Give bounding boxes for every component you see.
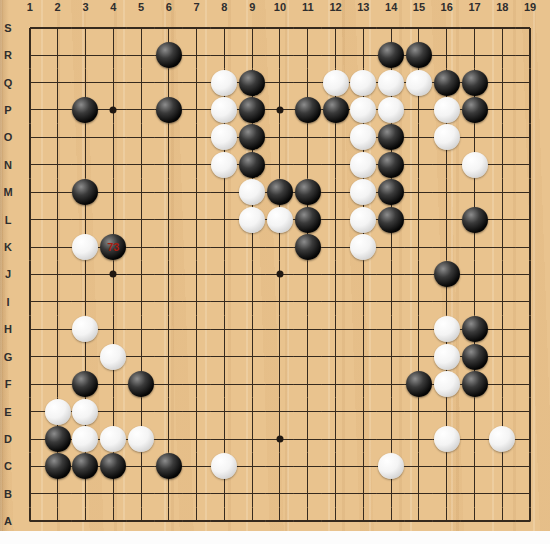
intersection-O6[interactable]: [155, 124, 183, 151]
intersection-L3[interactable]: [72, 206, 100, 233]
intersection-K17[interactable]: [461, 233, 489, 260]
intersection-H8[interactable]: [211, 316, 239, 343]
intersection-G19[interactable]: [516, 343, 544, 370]
intersection-Q16[interactable]: [433, 69, 461, 96]
intersection-P16[interactable]: [433, 96, 461, 123]
intersection-C3[interactable]: [72, 453, 100, 480]
intersection-D14[interactable]: [377, 425, 405, 452]
intersection-N7[interactable]: [183, 151, 211, 178]
intersection-Q8[interactable]: [211, 69, 239, 96]
intersection-I14[interactable]: [377, 288, 405, 315]
intersection-I7[interactable]: [183, 288, 211, 315]
intersection-B2[interactable]: [44, 480, 72, 507]
intersection-P7[interactable]: [183, 96, 211, 123]
intersection-K14[interactable]: [377, 233, 405, 260]
intersection-J11[interactable]: [294, 261, 322, 288]
intersection-F7[interactable]: [183, 370, 211, 397]
intersection-E10[interactable]: [266, 398, 294, 425]
intersection-D9[interactable]: [238, 425, 266, 452]
intersection-O16[interactable]: [433, 124, 461, 151]
intersection-L10[interactable]: [266, 206, 294, 233]
intersection-H9[interactable]: [238, 316, 266, 343]
intersection-H2[interactable]: [44, 316, 72, 343]
intersection-J12[interactable]: [322, 261, 350, 288]
intersection-B3[interactable]: [72, 480, 100, 507]
intersection-N16[interactable]: [433, 151, 461, 178]
intersection-G3[interactable]: [72, 343, 100, 370]
intersection-I15[interactable]: [405, 288, 433, 315]
intersection-C10[interactable]: [266, 453, 294, 480]
intersection-K8[interactable]: [211, 233, 239, 260]
intersection-C13[interactable]: [349, 453, 377, 480]
intersection-E12[interactable]: [322, 398, 350, 425]
intersection-M4[interactable]: [99, 179, 127, 206]
intersection-G1[interactable]: [16, 343, 44, 370]
intersection-G5[interactable]: [127, 343, 155, 370]
intersection-H18[interactable]: [488, 316, 516, 343]
intersection-E7[interactable]: [183, 398, 211, 425]
intersection-Q5[interactable]: [127, 69, 155, 96]
intersection-M11[interactable]: [294, 179, 322, 206]
intersection-B5[interactable]: [127, 480, 155, 507]
intersection-G14[interactable]: [377, 343, 405, 370]
intersection-L2[interactable]: [44, 206, 72, 233]
intersection-R11[interactable]: [294, 41, 322, 68]
intersection-G2[interactable]: [44, 343, 72, 370]
intersection-D15[interactable]: [405, 425, 433, 452]
intersection-L5[interactable]: [127, 206, 155, 233]
intersection-J10[interactable]: [266, 261, 294, 288]
intersection-C19[interactable]: [516, 453, 544, 480]
intersection-Q15[interactable]: [405, 69, 433, 96]
intersection-N12[interactable]: [322, 151, 350, 178]
intersection-I18[interactable]: [488, 288, 516, 315]
intersection-P14[interactable]: [377, 96, 405, 123]
intersection-B10[interactable]: [266, 480, 294, 507]
intersection-M15[interactable]: [405, 179, 433, 206]
intersection-M18[interactable]: [488, 179, 516, 206]
intersection-N11[interactable]: [294, 151, 322, 178]
intersection-R7[interactable]: [183, 41, 211, 68]
intersection-Q19[interactable]: [516, 69, 544, 96]
intersection-N3[interactable]: [72, 151, 100, 178]
intersection-J9[interactable]: [238, 261, 266, 288]
intersection-K9[interactable]: [238, 233, 266, 260]
intersection-P8[interactable]: [211, 96, 239, 123]
intersection-O5[interactable]: [127, 124, 155, 151]
intersection-D17[interactable]: [461, 425, 489, 452]
intersection-M13[interactable]: [349, 179, 377, 206]
intersection-E4[interactable]: [99, 398, 127, 425]
intersection-P13[interactable]: [349, 96, 377, 123]
intersection-H7[interactable]: [183, 316, 211, 343]
intersection-R12[interactable]: [322, 41, 350, 68]
intersection-F16[interactable]: [433, 370, 461, 397]
intersection-G8[interactable]: [211, 343, 239, 370]
intersection-D6[interactable]: [155, 425, 183, 452]
intersection-N10[interactable]: [266, 151, 294, 178]
intersection-H15[interactable]: [405, 316, 433, 343]
intersection-G9[interactable]: [238, 343, 266, 370]
intersection-M16[interactable]: [433, 179, 461, 206]
intersection-R13[interactable]: [349, 41, 377, 68]
intersection-I12[interactable]: [322, 288, 350, 315]
intersection-D8[interactable]: [211, 425, 239, 452]
intersection-E3[interactable]: [72, 398, 100, 425]
intersection-K16[interactable]: [433, 233, 461, 260]
intersection-C6[interactable]: [155, 453, 183, 480]
intersection-K7[interactable]: [183, 233, 211, 260]
intersection-I10[interactable]: [266, 288, 294, 315]
intersection-B14[interactable]: [377, 480, 405, 507]
intersection-F13[interactable]: [349, 370, 377, 397]
intersection-S2[interactable]: [44, 14, 72, 41]
intersection-N17[interactable]: [461, 151, 489, 178]
intersection-F11[interactable]: [294, 370, 322, 397]
intersection-K12[interactable]: [322, 233, 350, 260]
intersection-I16[interactable]: [433, 288, 461, 315]
intersection-L13[interactable]: [349, 206, 377, 233]
intersection-M6[interactable]: [155, 179, 183, 206]
intersection-B17[interactable]: [461, 480, 489, 507]
intersection-F19[interactable]: [516, 370, 544, 397]
intersection-D5[interactable]: [127, 425, 155, 452]
intersection-C12[interactable]: [322, 453, 350, 480]
intersection-K10[interactable]: [266, 233, 294, 260]
intersection-E15[interactable]: [405, 398, 433, 425]
intersection-O8[interactable]: [211, 124, 239, 151]
intersection-I5[interactable]: [127, 288, 155, 315]
intersection-D13[interactable]: [349, 425, 377, 452]
intersection-P5[interactable]: [127, 96, 155, 123]
intersection-F3[interactable]: [72, 370, 100, 397]
intersection-S13[interactable]: [349, 14, 377, 41]
intersection-K6[interactable]: [155, 233, 183, 260]
intersection-O15[interactable]: [405, 124, 433, 151]
intersection-N8[interactable]: [211, 151, 239, 178]
intersection-B16[interactable]: [433, 480, 461, 507]
intersection-Q3[interactable]: [72, 69, 100, 96]
intersection-O17[interactable]: [461, 124, 489, 151]
intersection-B4[interactable]: [99, 480, 127, 507]
intersection-S17[interactable]: [461, 14, 489, 41]
intersection-C4[interactable]: [99, 453, 127, 480]
intersection-S10[interactable]: [266, 14, 294, 41]
intersection-E18[interactable]: [488, 398, 516, 425]
intersection-N14[interactable]: [377, 151, 405, 178]
intersection-N6[interactable]: [155, 151, 183, 178]
intersection-Q10[interactable]: [266, 69, 294, 96]
intersection-L18[interactable]: [488, 206, 516, 233]
intersection-F10[interactable]: [266, 370, 294, 397]
intersection-E11[interactable]: [294, 398, 322, 425]
intersection-C8[interactable]: [211, 453, 239, 480]
intersection-M9[interactable]: [238, 179, 266, 206]
intersection-O12[interactable]: [322, 124, 350, 151]
intersection-I11[interactable]: [294, 288, 322, 315]
intersection-Q11[interactable]: [294, 69, 322, 96]
intersection-F1[interactable]: [16, 370, 44, 397]
intersection-P9[interactable]: [238, 96, 266, 123]
intersection-F12[interactable]: [322, 370, 350, 397]
intersection-J16[interactable]: [433, 261, 461, 288]
intersection-H11[interactable]: [294, 316, 322, 343]
intersection-G12[interactable]: [322, 343, 350, 370]
intersection-J14[interactable]: [377, 261, 405, 288]
intersection-L8[interactable]: [211, 206, 239, 233]
intersection-I9[interactable]: [238, 288, 266, 315]
intersection-C14[interactable]: [377, 453, 405, 480]
intersection-E8[interactable]: [211, 398, 239, 425]
intersection-Q4[interactable]: [99, 69, 127, 96]
intersection-C17[interactable]: [461, 453, 489, 480]
intersection-I6[interactable]: [155, 288, 183, 315]
intersection-J19[interactable]: [516, 261, 544, 288]
intersection-L1[interactable]: [16, 206, 44, 233]
intersection-S1[interactable]: [16, 14, 44, 41]
intersection-M7[interactable]: [183, 179, 211, 206]
intersection-C9[interactable]: [238, 453, 266, 480]
intersection-S12[interactable]: [322, 14, 350, 41]
intersection-N15[interactable]: [405, 151, 433, 178]
intersection-F15[interactable]: [405, 370, 433, 397]
intersection-K3[interactable]: [72, 233, 100, 260]
intersection-H13[interactable]: [349, 316, 377, 343]
intersection-F8[interactable]: [211, 370, 239, 397]
intersection-C18[interactable]: [488, 453, 516, 480]
intersection-L11[interactable]: [294, 206, 322, 233]
intersection-I3[interactable]: [72, 288, 100, 315]
intersection-N18[interactable]: [488, 151, 516, 178]
intersection-R6[interactable]: [155, 41, 183, 68]
intersection-D2[interactable]: [44, 425, 72, 452]
intersection-N4[interactable]: [99, 151, 127, 178]
intersection-C1[interactable]: [16, 453, 44, 480]
intersection-K18[interactable]: [488, 233, 516, 260]
intersection-C16[interactable]: [433, 453, 461, 480]
intersection-J6[interactable]: [155, 261, 183, 288]
intersection-O9[interactable]: [238, 124, 266, 151]
intersection-P4[interactable]: [99, 96, 127, 123]
intersection-O7[interactable]: [183, 124, 211, 151]
intersection-R2[interactable]: [44, 41, 72, 68]
intersection-Q6[interactable]: [155, 69, 183, 96]
intersection-F2[interactable]: [44, 370, 72, 397]
intersection-S14[interactable]: [377, 14, 405, 41]
intersection-K1[interactable]: [16, 233, 44, 260]
intersection-H16[interactable]: [433, 316, 461, 343]
intersection-O10[interactable]: [266, 124, 294, 151]
intersection-I1[interactable]: [16, 288, 44, 315]
intersection-R1[interactable]: [16, 41, 44, 68]
intersection-R19[interactable]: [516, 41, 544, 68]
intersection-N19[interactable]: [516, 151, 544, 178]
intersection-J8[interactable]: [211, 261, 239, 288]
intersection-L9[interactable]: [238, 206, 266, 233]
intersection-R5[interactable]: [127, 41, 155, 68]
intersection-S8[interactable]: [211, 14, 239, 41]
intersection-Q12[interactable]: [322, 69, 350, 96]
intersection-L16[interactable]: [433, 206, 461, 233]
intersection-M2[interactable]: [44, 179, 72, 206]
intersection-Q9[interactable]: [238, 69, 266, 96]
intersection-N13[interactable]: [349, 151, 377, 178]
intersection-J2[interactable]: [44, 261, 72, 288]
intersection-B11[interactable]: [294, 480, 322, 507]
intersection-B7[interactable]: [183, 480, 211, 507]
intersection-H19[interactable]: [516, 316, 544, 343]
intersection-P17[interactable]: [461, 96, 489, 123]
intersection-O3[interactable]: [72, 124, 100, 151]
intersection-S6[interactable]: [155, 14, 183, 41]
intersection-R18[interactable]: [488, 41, 516, 68]
intersection-S19[interactable]: [516, 14, 544, 41]
intersection-M3[interactable]: [72, 179, 100, 206]
intersection-I2[interactable]: [44, 288, 72, 315]
intersection-B13[interactable]: [349, 480, 377, 507]
intersection-D18[interactable]: [488, 425, 516, 452]
intersection-E5[interactable]: [127, 398, 155, 425]
intersection-S11[interactable]: [294, 14, 322, 41]
intersection-S4[interactable]: [99, 14, 127, 41]
intersection-R8[interactable]: [211, 41, 239, 68]
intersection-B1[interactable]: [16, 480, 44, 507]
intersection-J15[interactable]: [405, 261, 433, 288]
intersection-E13[interactable]: [349, 398, 377, 425]
intersection-H10[interactable]: [266, 316, 294, 343]
intersection-P18[interactable]: [488, 96, 516, 123]
intersection-F17[interactable]: [461, 370, 489, 397]
intersection-F5[interactable]: [127, 370, 155, 397]
intersection-I8[interactable]: [211, 288, 239, 315]
intersection-B19[interactable]: [516, 480, 544, 507]
intersection-P19[interactable]: [516, 96, 544, 123]
intersection-E1[interactable]: [16, 398, 44, 425]
intersection-M12[interactable]: [322, 179, 350, 206]
intersection-R10[interactable]: [266, 41, 294, 68]
intersection-C15[interactable]: [405, 453, 433, 480]
intersection-L7[interactable]: [183, 206, 211, 233]
intersection-I4[interactable]: [99, 288, 127, 315]
intersection-D12[interactable]: [322, 425, 350, 452]
intersection-S16[interactable]: [433, 14, 461, 41]
intersection-F6[interactable]: [155, 370, 183, 397]
intersection-G6[interactable]: [155, 343, 183, 370]
intersection-F4[interactable]: [99, 370, 127, 397]
intersection-J4[interactable]: [99, 261, 127, 288]
intersection-B6[interactable]: [155, 480, 183, 507]
intersection-P1[interactable]: [16, 96, 44, 123]
intersection-S5[interactable]: [127, 14, 155, 41]
intersection-K5[interactable]: [127, 233, 155, 260]
intersection-O2[interactable]: [44, 124, 72, 151]
intersection-G11[interactable]: [294, 343, 322, 370]
intersection-M17[interactable]: [461, 179, 489, 206]
intersection-I13[interactable]: [349, 288, 377, 315]
intersection-B18[interactable]: [488, 480, 516, 507]
intersection-J5[interactable]: [127, 261, 155, 288]
intersection-K15[interactable]: [405, 233, 433, 260]
intersection-G18[interactable]: [488, 343, 516, 370]
intersection-P15[interactable]: [405, 96, 433, 123]
intersection-N5[interactable]: [127, 151, 155, 178]
intersection-K11[interactable]: [294, 233, 322, 260]
intersection-L15[interactable]: [405, 206, 433, 233]
intersection-N2[interactable]: [44, 151, 72, 178]
intersection-E14[interactable]: [377, 398, 405, 425]
intersection-L14[interactable]: [377, 206, 405, 233]
intersection-L6[interactable]: [155, 206, 183, 233]
intersection-E19[interactable]: [516, 398, 544, 425]
intersection-H3[interactable]: [72, 316, 100, 343]
intersection-P11[interactable]: [294, 96, 322, 123]
intersection-F14[interactable]: [377, 370, 405, 397]
intersection-L19[interactable]: [516, 206, 544, 233]
intersection-I19[interactable]: [516, 288, 544, 315]
intersection-E17[interactable]: [461, 398, 489, 425]
intersection-O4[interactable]: [99, 124, 127, 151]
intersection-H14[interactable]: [377, 316, 405, 343]
intersection-D3[interactable]: [72, 425, 100, 452]
intersection-E6[interactable]: [155, 398, 183, 425]
intersection-L17[interactable]: [461, 206, 489, 233]
intersection-S3[interactable]: [72, 14, 100, 41]
intersection-G13[interactable]: [349, 343, 377, 370]
intersection-I17[interactable]: [461, 288, 489, 315]
intersection-E2[interactable]: [44, 398, 72, 425]
intersection-M10[interactable]: [266, 179, 294, 206]
intersection-J17[interactable]: [461, 261, 489, 288]
intersection-B15[interactable]: [405, 480, 433, 507]
intersection-O13[interactable]: [349, 124, 377, 151]
intersection-P10[interactable]: [266, 96, 294, 123]
intersection-C2[interactable]: [44, 453, 72, 480]
intersection-D4[interactable]: [99, 425, 127, 452]
intersection-B9[interactable]: [238, 480, 266, 507]
intersection-H17[interactable]: [461, 316, 489, 343]
intersection-J13[interactable]: [349, 261, 377, 288]
intersection-D10[interactable]: [266, 425, 294, 452]
intersection-N1[interactable]: [16, 151, 44, 178]
intersection-H5[interactable]: [127, 316, 155, 343]
intersection-K13[interactable]: [349, 233, 377, 260]
intersection-Q7[interactable]: [183, 69, 211, 96]
intersection-H1[interactable]: [16, 316, 44, 343]
intersection-M19[interactable]: [516, 179, 544, 206]
intersection-D16[interactable]: [433, 425, 461, 452]
intersection-R15[interactable]: [405, 41, 433, 68]
intersection-M1[interactable]: [16, 179, 44, 206]
intersection-H12[interactable]: [322, 316, 350, 343]
intersection-F18[interactable]: [488, 370, 516, 397]
intersection-G17[interactable]: [461, 343, 489, 370]
intersection-O14[interactable]: [377, 124, 405, 151]
intersection-D1[interactable]: [16, 425, 44, 452]
intersection-H6[interactable]: [155, 316, 183, 343]
intersection-D7[interactable]: [183, 425, 211, 452]
intersection-C5[interactable]: [127, 453, 155, 480]
intersection-Q1[interactable]: [16, 69, 44, 96]
intersection-L12[interactable]: [322, 206, 350, 233]
intersection-J3[interactable]: [72, 261, 100, 288]
intersection-J7[interactable]: [183, 261, 211, 288]
intersection-C11[interactable]: [294, 453, 322, 480]
intersection-O19[interactable]: [516, 124, 544, 151]
intersection-S18[interactable]: [488, 14, 516, 41]
intersection-P2[interactable]: [44, 96, 72, 123]
intersection-M14[interactable]: [377, 179, 405, 206]
intersection-S15[interactable]: [405, 14, 433, 41]
